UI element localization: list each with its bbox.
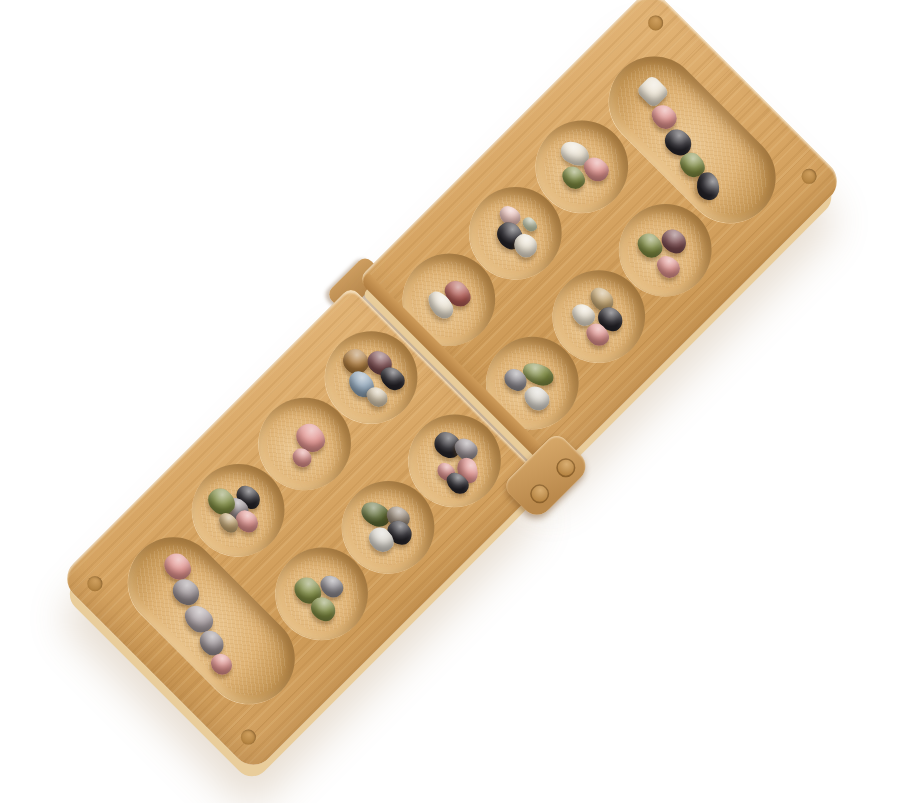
magnet-dot (645, 12, 666, 33)
magnet-dot (798, 166, 819, 187)
gemstone-maroon[interactable] (657, 224, 691, 258)
product-photo (0, 0, 900, 803)
store-far[interactable] (591, 38, 795, 242)
magnet-dot (238, 726, 259, 747)
magnet-dot (84, 573, 105, 594)
store-near[interactable] (110, 519, 314, 723)
gemstone-white[interactable] (635, 74, 670, 109)
gemstone-celadon[interactable] (520, 215, 540, 235)
mancala-board (58, 0, 846, 774)
hinge-pin-icon (552, 454, 579, 481)
gemstone-black[interactable] (696, 171, 720, 201)
hinge-pin-icon (526, 480, 553, 507)
